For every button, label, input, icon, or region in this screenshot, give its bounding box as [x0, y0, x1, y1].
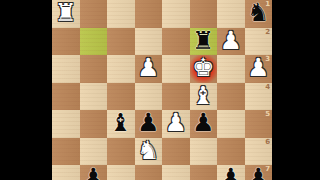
rank-label-1: 1: [265, 1, 270, 8]
piece-white-knight[interactable]: ♞: [137, 138, 159, 163]
square-a5[interactable]: 5: [245, 110, 273, 138]
square-b3[interactable]: [217, 55, 245, 83]
square-d2[interactable]: [162, 28, 190, 56]
piece-black-pawn[interactable]: ♟: [220, 165, 242, 180]
square-d4[interactable]: [162, 83, 190, 111]
square-h3[interactable]: [52, 55, 80, 83]
chess-board: ♜♞1♜♟2♟♚♟3♝4♝♟♟♟5♞6♟♟♟78: [52, 0, 272, 180]
piece-white-pawn[interactable]: ♟: [165, 110, 187, 135]
rank-label-6: 6: [265, 139, 270, 146]
rank-label-3: 3: [265, 56, 270, 63]
piece-black-pawn[interactable]: ♟: [82, 165, 104, 180]
square-d6[interactable]: [162, 138, 190, 166]
square-d3[interactable]: [162, 55, 190, 83]
square-g3[interactable]: [80, 55, 108, 83]
square-b2[interactable]: ♟: [217, 28, 245, 56]
video-frame: ♜♞1♜♟2♟♚♟3♝4♝♟♟♟5♞6♟♟♟78: [0, 0, 320, 180]
square-b5[interactable]: [217, 110, 245, 138]
piece-white-bishop[interactable]: ♝: [192, 83, 214, 108]
rank-label-2: 2: [265, 29, 270, 36]
square-g1[interactable]: [80, 0, 108, 28]
square-h1[interactable]: ♜: [52, 0, 80, 28]
square-f4[interactable]: [107, 83, 135, 111]
square-b4[interactable]: [217, 83, 245, 111]
square-c1[interactable]: [190, 0, 218, 28]
piece-black-rook[interactable]: ♜: [192, 28, 214, 53]
piece-white-pawn[interactable]: ♟: [137, 55, 159, 80]
rank-label-5: 5: [265, 111, 270, 118]
piece-black-bishop[interactable]: ♝: [110, 110, 132, 135]
square-e7[interactable]: [135, 165, 163, 180]
piece-white-rook[interactable]: ♜: [55, 0, 77, 25]
square-f6[interactable]: [107, 138, 135, 166]
square-a4[interactable]: 4: [245, 83, 273, 111]
square-a6[interactable]: 6: [245, 138, 273, 166]
square-g4[interactable]: [80, 83, 108, 111]
square-e1[interactable]: [135, 0, 163, 28]
square-e4[interactable]: [135, 83, 163, 111]
piece-white-pawn[interactable]: ♟: [220, 28, 242, 53]
square-g6[interactable]: [80, 138, 108, 166]
square-d1[interactable]: [162, 0, 190, 28]
square-g5[interactable]: [80, 110, 108, 138]
square-c6[interactable]: [190, 138, 218, 166]
square-f7[interactable]: [107, 165, 135, 180]
square-b7[interactable]: ♟: [217, 165, 245, 180]
rank-label-7: 7: [265, 166, 270, 173]
piece-black-pawn[interactable]: ♟: [137, 110, 159, 135]
square-g7[interactable]: ♟: [80, 165, 108, 180]
square-a3[interactable]: ♟3: [245, 55, 273, 83]
square-d7[interactable]: [162, 165, 190, 180]
square-h5[interactable]: [52, 110, 80, 138]
square-e6[interactable]: ♞: [135, 138, 163, 166]
rank-label-4: 4: [265, 84, 270, 91]
square-f3[interactable]: [107, 55, 135, 83]
square-h7[interactable]: [52, 165, 80, 180]
square-c3[interactable]: ♚: [190, 55, 218, 83]
square-e3[interactable]: ♟: [135, 55, 163, 83]
square-a1[interactable]: ♞1: [245, 0, 273, 28]
square-c7[interactable]: [190, 165, 218, 180]
piece-black-pawn[interactable]: ♟: [192, 110, 214, 135]
square-f2[interactable]: [107, 28, 135, 56]
square-e2[interactable]: [135, 28, 163, 56]
square-a2[interactable]: 2: [245, 28, 273, 56]
square-c5[interactable]: ♟: [190, 110, 218, 138]
square-h4[interactable]: [52, 83, 80, 111]
square-h2[interactable]: [52, 28, 80, 56]
square-b1[interactable]: [217, 0, 245, 28]
square-b6[interactable]: [217, 138, 245, 166]
square-d5[interactable]: ♟: [162, 110, 190, 138]
square-e5[interactable]: ♟: [135, 110, 163, 138]
square-g2[interactable]: [80, 28, 108, 56]
square-f5[interactable]: ♝: [107, 110, 135, 138]
square-c4[interactable]: ♝: [190, 83, 218, 111]
square-f1[interactable]: [107, 0, 135, 28]
square-c2[interactable]: ♜: [190, 28, 218, 56]
piece-white-king[interactable]: ♚: [192, 55, 214, 80]
square-a7[interactable]: ♟7: [245, 165, 273, 180]
square-h6[interactable]: [52, 138, 80, 166]
